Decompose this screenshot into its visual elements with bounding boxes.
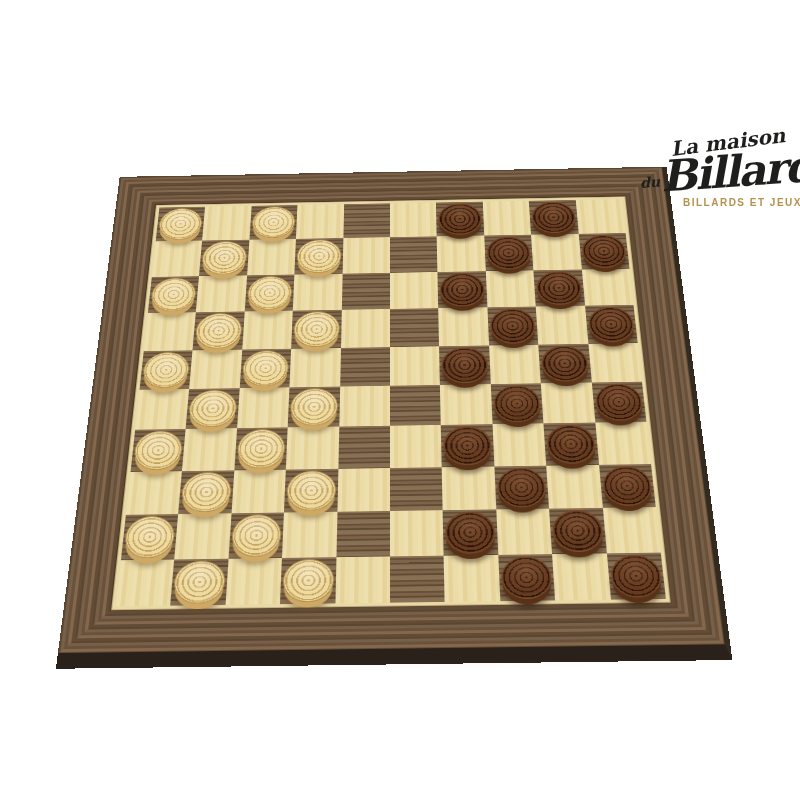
board-square: [339, 386, 390, 427]
board-square: [575, 199, 625, 234]
dark-checker: [536, 271, 583, 305]
light-checker: [251, 206, 295, 238]
board-square: [186, 388, 240, 429]
board-square: [341, 273, 390, 310]
board-square: [437, 236, 486, 272]
dark-checker: [440, 272, 485, 306]
board-square: [193, 312, 245, 350]
light-checker: [236, 429, 285, 468]
board-square: [171, 558, 229, 605]
board-square: [240, 348, 292, 388]
dark-checker: [443, 426, 492, 465]
board-square: [492, 424, 546, 467]
board-square: [496, 509, 552, 555]
light-checker: [231, 514, 282, 556]
light-checker: [290, 388, 338, 426]
light-checker: [150, 277, 197, 311]
board-square: [484, 235, 533, 271]
board-square: [544, 423, 599, 466]
board-square: [338, 426, 390, 469]
board-square: [231, 469, 286, 513]
board-square: [585, 305, 638, 344]
board-square: [531, 234, 581, 270]
board-square: [483, 201, 532, 236]
board-square: [439, 307, 489, 345]
dark-checker: [580, 235, 627, 268]
board-square: [588, 343, 642, 383]
board-square: [295, 238, 343, 274]
logo-line-billard: du Billard: [649, 146, 800, 199]
dark-checker: [541, 345, 590, 382]
board-square: [335, 556, 390, 603]
light-checker: [201, 241, 247, 274]
light-checker: [142, 352, 191, 389]
board-square: [536, 306, 588, 345]
board-square: [606, 552, 665, 599]
board-square: [442, 466, 496, 510]
board-square: [390, 510, 444, 556]
board-square: [156, 207, 206, 242]
light-checker: [181, 472, 232, 512]
board-square: [390, 555, 445, 602]
light-checker: [282, 559, 333, 603]
board-square: [196, 275, 247, 312]
dark-checker: [531, 201, 576, 233]
board-square: [175, 513, 232, 559]
dark-checker: [594, 383, 645, 421]
dark-checker: [609, 554, 664, 598]
board-square: [234, 428, 288, 471]
logo-text-du: du: [640, 174, 661, 191]
board-square: [595, 422, 651, 465]
dark-checker: [552, 510, 605, 552]
board-square: [282, 512, 337, 558]
board-square: [135, 389, 189, 430]
light-checker: [158, 208, 204, 240]
board-square: [591, 382, 646, 423]
board-square: [144, 312, 196, 350]
board-square: [152, 241, 203, 277]
board-square: [290, 348, 341, 388]
board-square: [291, 310, 341, 348]
draughts-board: [56, 167, 732, 669]
board-square: [390, 308, 439, 346]
board-square: [179, 470, 235, 514]
dark-checker: [493, 385, 542, 423]
board-square: [284, 469, 338, 513]
board-square: [342, 237, 390, 273]
board-square: [578, 233, 629, 269]
board-square: [199, 240, 249, 276]
board-square: [202, 206, 251, 241]
dark-checker: [546, 425, 597, 464]
board-square: [602, 507, 660, 553]
board-square: [538, 343, 591, 383]
light-checker: [247, 276, 293, 310]
board-square: [390, 237, 438, 273]
board-square: [498, 554, 555, 601]
board-square: [247, 239, 296, 275]
board-square: [225, 558, 282, 605]
board-square: [126, 471, 182, 515]
light-checker: [133, 431, 184, 470]
board-square: [529, 200, 578, 235]
board-square: [245, 274, 295, 311]
board-square: [534, 269, 585, 306]
dark-checker: [445, 511, 496, 553]
board-square: [189, 349, 242, 389]
dark-checker: [500, 556, 553, 600]
board-square: [390, 467, 443, 511]
board-square: [440, 384, 492, 425]
board-square: [131, 429, 186, 472]
board-square: [487, 307, 538, 346]
board-square: [494, 465, 549, 509]
dark-checker: [489, 308, 536, 343]
board-square: [340, 347, 390, 387]
board-square: [390, 425, 442, 468]
board-square: [116, 559, 175, 606]
board-square: [121, 514, 179, 560]
board-square: [439, 345, 490, 385]
dark-checker: [438, 203, 482, 235]
board-square: [280, 557, 336, 604]
dark-checker: [587, 306, 636, 341]
board-squares: [111, 196, 671, 610]
board-square: [286, 427, 339, 470]
board-square: [549, 508, 606, 554]
brand-logo: La maison du Billard BILLARDS ET JEUX: [650, 130, 800, 208]
board-square: [341, 309, 390, 347]
board-square: [390, 385, 441, 426]
light-checker: [293, 311, 339, 346]
board-square: [390, 202, 437, 237]
dark-checker: [441, 347, 488, 384]
board-square: [296, 204, 344, 239]
board-square: [541, 382, 595, 423]
light-checker: [242, 350, 290, 387]
light-checker: [188, 390, 237, 428]
board-square: [228, 513, 284, 559]
board-square: [390, 346, 440, 386]
board-square: [242, 311, 293, 349]
board-scene: [90, 84, 690, 684]
board-square: [599, 464, 656, 508]
board-square: [293, 274, 342, 311]
board-square: [336, 511, 390, 557]
board-square: [337, 468, 390, 512]
dark-checker: [496, 467, 547, 508]
dark-checker: [601, 466, 654, 507]
board-square: [546, 465, 602, 509]
board-square: [237, 387, 290, 428]
board-square: [343, 203, 390, 238]
board-square: [140, 350, 193, 390]
light-checker: [123, 516, 176, 558]
board-square: [489, 344, 541, 384]
board-square: [444, 555, 500, 602]
board-square: [436, 202, 484, 237]
board-square: [148, 276, 199, 313]
board-square: [390, 272, 439, 309]
board-square: [486, 270, 536, 307]
board-square: [182, 428, 237, 471]
board-square: [491, 383, 544, 424]
board-square: [552, 553, 610, 600]
board-square: [249, 205, 297, 240]
light-checker: [173, 560, 226, 603]
board-square: [438, 271, 487, 308]
dark-checker: [486, 236, 531, 269]
board-square: [581, 269, 633, 306]
light-checker: [195, 313, 243, 348]
board-square: [443, 510, 498, 556]
logo-text-billard: Billard: [659, 145, 800, 198]
board-square: [441, 424, 494, 467]
light-checker: [297, 240, 342, 273]
board-square: [288, 387, 340, 428]
light-checker: [286, 470, 336, 511]
